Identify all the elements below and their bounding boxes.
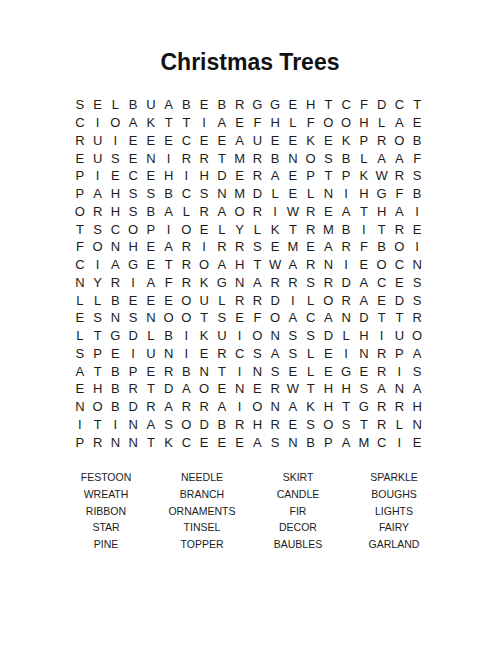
grid-cell[interactable]: R — [107, 274, 125, 292]
grid-cell[interactable]: L — [373, 114, 391, 132]
grid-cell[interactable]: R — [195, 398, 213, 416]
word-list-item[interactable]: WREATH — [58, 486, 154, 503]
grid-cell[interactable]: R — [266, 380, 284, 398]
grid-cell[interactable]: G — [373, 185, 391, 203]
grid-cell[interactable]: O — [178, 416, 196, 434]
grid-cell[interactable]: O — [107, 114, 125, 132]
grid-cell[interactable]: I — [231, 398, 249, 416]
grid-cell[interactable]: E — [408, 220, 426, 238]
grid-cell[interactable]: F — [408, 149, 426, 167]
grid-cell[interactable]: T — [355, 203, 373, 221]
grid-cell[interactable]: E — [124, 291, 142, 309]
grid-cell[interactable]: L — [284, 114, 302, 132]
grid-cell[interactable]: K — [355, 167, 373, 185]
grid-cell[interactable]: A — [160, 203, 178, 221]
grid-cell[interactable]: D — [195, 416, 213, 434]
grid-cell[interactable]: O — [231, 203, 249, 221]
grid-cell[interactable]: R — [160, 362, 178, 380]
grid-cell[interactable]: R — [284, 274, 302, 292]
grid-cell[interactable]: S — [408, 167, 426, 185]
grid-cell[interactable]: O — [160, 309, 178, 327]
grid-cell[interactable]: D — [124, 398, 142, 416]
grid-cell[interactable]: L — [302, 362, 320, 380]
grid-cell[interactable]: S — [284, 345, 302, 363]
grid-cell[interactable]: F — [249, 114, 267, 132]
grid-cell[interactable]: C — [373, 274, 391, 292]
grid-cell[interactable]: I — [160, 149, 178, 167]
grid-cell[interactable]: S — [408, 362, 426, 380]
grid-cell[interactable]: T — [89, 416, 107, 434]
grid-cell[interactable]: B — [107, 362, 125, 380]
grid-cell[interactable]: R — [213, 345, 231, 363]
word-list-item[interactable]: DECOR — [250, 519, 346, 536]
grid-cell[interactable]: S — [89, 220, 107, 238]
grid-cell[interactable]: R — [373, 398, 391, 416]
grid-cell[interactable]: H — [355, 185, 373, 203]
grid-cell[interactable]: I — [89, 167, 107, 185]
grid-cell[interactable]: E — [107, 345, 125, 363]
grid-cell[interactable]: H — [160, 167, 178, 185]
grid-cell[interactable]: A — [213, 203, 231, 221]
grid-cell[interactable]: T — [408, 96, 426, 114]
grid-cell[interactable]: F — [71, 238, 89, 256]
grid-cell[interactable]: B — [107, 291, 125, 309]
grid-cell[interactable]: T — [142, 380, 160, 398]
grid-cell[interactable]: F — [249, 309, 267, 327]
grid-cell[interactable]: I — [71, 416, 89, 434]
grid-cell[interactable]: N — [124, 416, 142, 434]
grid-cell[interactable]: A — [213, 398, 231, 416]
grid-cell[interactable]: E — [284, 132, 302, 150]
grid-cell[interactable]: I — [391, 362, 409, 380]
grid-cell[interactable]: I — [355, 220, 373, 238]
word-list-item[interactable]: BAUBLES — [250, 536, 346, 553]
grid-cell[interactable]: B — [107, 398, 125, 416]
grid-cell[interactable]: N — [320, 256, 338, 274]
grid-cell[interactable]: N — [355, 345, 373, 363]
grid-cell[interactable]: R — [391, 167, 409, 185]
grid-cell[interactable]: A — [160, 398, 178, 416]
grid-cell[interactable]: R — [178, 149, 196, 167]
grid-cell[interactable]: C — [337, 96, 355, 114]
grid-cell[interactable]: L — [302, 291, 320, 309]
grid-cell[interactable]: H — [320, 398, 338, 416]
grid-cell[interactable]: E — [231, 309, 249, 327]
grid-cell[interactable]: R — [178, 256, 196, 274]
grid-cell[interactable]: B — [337, 149, 355, 167]
grid-cell[interactable]: A — [71, 362, 89, 380]
word-list-item[interactable]: BOUGHS — [346, 486, 442, 503]
grid-cell[interactable]: I — [391, 433, 409, 451]
grid-cell[interactable]: A — [266, 167, 284, 185]
grid-cell[interactable]: E — [355, 256, 373, 274]
grid-cell[interactable]: F — [302, 114, 320, 132]
grid-cell[interactable]: E — [284, 96, 302, 114]
grid-cell[interactable]: R — [391, 398, 409, 416]
grid-cell[interactable]: P — [124, 362, 142, 380]
grid-cell[interactable]: R — [373, 362, 391, 380]
grid-cell[interactable]: L — [71, 291, 89, 309]
grid-cell[interactable]: E — [231, 433, 249, 451]
grid-cell[interactable]: L — [107, 96, 125, 114]
grid-cell[interactable]: K — [302, 132, 320, 150]
grid-cell[interactable]: N — [249, 362, 267, 380]
grid-cell[interactable]: D — [391, 291, 409, 309]
grid-cell[interactable]: N — [142, 309, 160, 327]
grid-cell[interactable]: A — [408, 345, 426, 363]
grid-cell[interactable]: H — [373, 203, 391, 221]
grid-cell[interactable]: R — [373, 416, 391, 434]
grid-cell[interactable]: B — [124, 96, 142, 114]
grid-cell[interactable]: W — [284, 380, 302, 398]
grid-cell[interactable]: R — [337, 238, 355, 256]
grid-cell[interactable]: E — [71, 149, 89, 167]
grid-cell[interactable]: I — [160, 220, 178, 238]
grid-cell[interactable]: N — [320, 185, 338, 203]
grid-cell[interactable]: I — [178, 167, 196, 185]
grid-cell[interactable]: I — [89, 256, 107, 274]
grid-cell[interactable]: N — [284, 433, 302, 451]
grid-cell[interactable]: E — [142, 291, 160, 309]
grid-cell[interactable]: H — [355, 327, 373, 345]
grid-cell[interactable]: E — [195, 220, 213, 238]
grid-cell[interactable]: C — [178, 433, 196, 451]
grid-cell[interactable]: E — [320, 132, 338, 150]
grid-cell[interactable]: E — [266, 132, 284, 150]
grid-cell[interactable]: E — [231, 167, 249, 185]
grid-cell[interactable]: G — [266, 96, 284, 114]
grid-cell[interactable]: E — [89, 96, 107, 114]
grid-cell[interactable]: S — [124, 203, 142, 221]
grid-cell[interactable]: B — [178, 96, 196, 114]
grid-cell[interactable]: N — [195, 362, 213, 380]
grid-cell[interactable]: N — [107, 238, 125, 256]
grid-cell[interactable]: H — [355, 114, 373, 132]
grid-cell[interactable]: R — [302, 220, 320, 238]
grid-cell[interactable]: N — [408, 256, 426, 274]
word-list-item[interactable]: TINSEL — [154, 519, 250, 536]
word-list-item[interactable]: STAR — [58, 519, 154, 536]
grid-cell[interactable]: U — [249, 132, 267, 150]
grid-cell[interactable]: F — [355, 96, 373, 114]
grid-cell[interactable]: E — [124, 149, 142, 167]
grid-cell[interactable]: L — [71, 327, 89, 345]
word-list-item[interactable]: CANDLE — [250, 486, 346, 503]
grid-cell[interactable]: M — [231, 185, 249, 203]
grid-cell[interactable]: S — [337, 416, 355, 434]
grid-cell[interactable]: B — [160, 185, 178, 203]
grid-cell[interactable]: E — [373, 291, 391, 309]
grid-cell[interactable]: P — [302, 167, 320, 185]
grid-cell[interactable]: H — [107, 203, 125, 221]
grid-cell[interactable]: A — [284, 256, 302, 274]
grid-cell[interactable]: D — [320, 327, 338, 345]
grid-cell[interactable]: E — [320, 362, 338, 380]
grid-cell[interactable]: C — [107, 220, 125, 238]
grid-cell[interactable]: E — [124, 132, 142, 150]
grid-cell[interactable]: A — [213, 256, 231, 274]
grid-cell[interactable]: A — [337, 203, 355, 221]
grid-cell[interactable]: H — [320, 380, 338, 398]
grid-cell[interactable]: G — [249, 96, 267, 114]
grid-cell[interactable]: K — [266, 220, 284, 238]
grid-cell[interactable]: T — [373, 309, 391, 327]
grid-cell[interactable]: R — [231, 416, 249, 434]
grid-cell[interactable]: O — [89, 398, 107, 416]
grid-cell[interactable]: D — [266, 291, 284, 309]
grid-cell[interactable]: S — [284, 327, 302, 345]
grid-cell[interactable]: O — [337, 114, 355, 132]
grid-cell[interactable]: N — [124, 433, 142, 451]
grid-cell[interactable]: U — [195, 291, 213, 309]
grid-cell[interactable]: O — [124, 220, 142, 238]
grid-cell[interactable]: E — [142, 238, 160, 256]
grid-cell[interactable]: H — [266, 114, 284, 132]
grid-cell[interactable]: B — [160, 327, 178, 345]
grid-cell[interactable]: A — [178, 380, 196, 398]
grid-cell[interactable]: A — [89, 185, 107, 203]
grid-cell[interactable]: K — [302, 398, 320, 416]
grid-cell[interactable]: R — [391, 220, 409, 238]
word-list-item[interactable]: TOPPER — [154, 536, 250, 553]
grid-cell[interactable]: S — [213, 309, 231, 327]
grid-cell[interactable]: L — [266, 185, 284, 203]
grid-cell[interactable]: S — [89, 309, 107, 327]
grid-cell[interactable]: E — [213, 380, 231, 398]
word-list-item[interactable]: SKIRT — [250, 469, 346, 486]
grid-cell[interactable]: B — [373, 238, 391, 256]
grid-cell[interactable]: H — [124, 238, 142, 256]
word-list-item[interactable]: RIBBON — [58, 503, 154, 520]
grid-cell[interactable]: I — [178, 327, 196, 345]
grid-cell[interactable]: F — [391, 185, 409, 203]
grid-cell[interactable]: H — [408, 398, 426, 416]
grid-cell[interactable]: S — [408, 274, 426, 292]
grid-cell[interactable]: A — [355, 274, 373, 292]
grid-cell[interactable]: M — [355, 433, 373, 451]
grid-cell[interactable]: B — [302, 433, 320, 451]
grid-cell[interactable]: S — [249, 238, 267, 256]
grid-cell[interactable]: R — [408, 309, 426, 327]
grid-cell[interactable]: S — [302, 416, 320, 434]
grid-cell[interactable]: T — [337, 398, 355, 416]
grid-cell[interactable]: T — [249, 256, 267, 274]
grid-cell[interactable]: H — [231, 256, 249, 274]
grid-cell[interactable]: E — [195, 433, 213, 451]
grid-cell[interactable]: E — [142, 362, 160, 380]
grid-cell[interactable]: A — [373, 380, 391, 398]
grid-cell[interactable]: E — [284, 185, 302, 203]
grid-cell[interactable]: I — [124, 345, 142, 363]
grid-cell[interactable]: O — [320, 291, 338, 309]
grid-cell[interactable]: G — [355, 398, 373, 416]
grid-cell[interactable]: O — [71, 203, 89, 221]
grid-cell[interactable]: O — [320, 416, 338, 434]
grid-cell[interactable]: S — [160, 416, 178, 434]
grid-cell[interactable]: C — [373, 433, 391, 451]
grid-cell[interactable]: D — [355, 309, 373, 327]
grid-cell[interactable]: I — [231, 327, 249, 345]
grid-cell[interactable]: R — [302, 256, 320, 274]
grid-cell[interactable]: Y — [89, 274, 107, 292]
grid-cell[interactable]: R — [373, 132, 391, 150]
grid-cell[interactable]: E — [160, 132, 178, 150]
grid-cell[interactable]: T — [89, 362, 107, 380]
grid-cell[interactable]: A — [160, 238, 178, 256]
grid-cell[interactable]: K — [195, 274, 213, 292]
grid-cell[interactable]: I — [408, 203, 426, 221]
grid-cell[interactable]: D — [337, 274, 355, 292]
grid-cell[interactable]: G — [124, 256, 142, 274]
grid-cell[interactable]: A — [249, 433, 267, 451]
grid-cell[interactable]: E — [231, 114, 249, 132]
grid-cell[interactable]: A — [284, 398, 302, 416]
grid-cell[interactable]: T — [355, 416, 373, 434]
grid-cell[interactable]: I — [337, 256, 355, 274]
grid-cell[interactable]: B — [142, 203, 160, 221]
grid-cell[interactable]: L — [302, 345, 320, 363]
grid-cell[interactable]: M — [284, 238, 302, 256]
word-list-item[interactable]: LIGHTS — [346, 503, 442, 520]
grid-cell[interactable]: F — [160, 274, 178, 292]
grid-cell[interactable]: R — [249, 149, 267, 167]
grid-cell[interactable]: R — [373, 345, 391, 363]
grid-cell[interactable]: R — [231, 96, 249, 114]
grid-cell[interactable]: S — [249, 345, 267, 363]
grid-cell[interactable]: R — [142, 398, 160, 416]
grid-cell[interactable]: E — [195, 132, 213, 150]
word-list-item[interactable]: BRANCH — [154, 486, 250, 503]
word-list-item[interactable]: ORNAMENTS — [154, 503, 250, 520]
grid-cell[interactable]: I — [266, 203, 284, 221]
grid-cell[interactable]: K — [195, 327, 213, 345]
grid-cell[interactable]: S — [408, 291, 426, 309]
grid-cell[interactable]: S — [320, 149, 338, 167]
grid-cell[interactable]: W — [266, 256, 284, 274]
grid-cell[interactable]: I — [337, 345, 355, 363]
grid-cell[interactable]: I — [178, 345, 196, 363]
grid-cell[interactable]: R — [195, 149, 213, 167]
grid-cell[interactable]: H — [337, 380, 355, 398]
grid-cell[interactable]: T — [213, 149, 231, 167]
grid-cell[interactable]: O — [391, 238, 409, 256]
grid-cell[interactable]: S — [355, 380, 373, 398]
grid-cell[interactable]: T — [71, 220, 89, 238]
grid-cell[interactable]: H — [107, 185, 125, 203]
grid-cell[interactable]: S — [266, 433, 284, 451]
grid-cell[interactable]: L — [249, 220, 267, 238]
grid-cell[interactable]: H — [195, 167, 213, 185]
grid-cell[interactable]: T — [142, 433, 160, 451]
grid-cell[interactable]: U — [89, 132, 107, 150]
grid-cell[interactable]: G — [337, 362, 355, 380]
word-list-item[interactable]: GARLAND — [346, 536, 442, 553]
grid-cell[interactable]: A — [391, 203, 409, 221]
grid-cell[interactable]: B — [213, 416, 231, 434]
grid-cell[interactable]: N — [408, 416, 426, 434]
grid-cell[interactable]: A — [142, 274, 160, 292]
grid-cell[interactable]: A — [231, 132, 249, 150]
grid-cell[interactable]: R — [89, 433, 107, 451]
grid-cell[interactable]: R — [178, 238, 196, 256]
grid-cell[interactable]: R — [302, 203, 320, 221]
grid-cell[interactable]: O — [266, 309, 284, 327]
grid-cell[interactable]: N — [231, 380, 249, 398]
grid-cell[interactable]: A — [107, 256, 125, 274]
grid-cell[interactable]: T — [373, 220, 391, 238]
grid-cell[interactable]: E — [142, 167, 160, 185]
grid-cell[interactable]: E — [266, 238, 284, 256]
grid-cell[interactable]: S — [107, 149, 125, 167]
grid-cell[interactable]: B — [408, 185, 426, 203]
grid-cell[interactable]: E — [195, 96, 213, 114]
grid-cell[interactable]: E — [284, 362, 302, 380]
grid-cell[interactable]: A — [391, 149, 409, 167]
grid-cell[interactable]: E — [160, 291, 178, 309]
grid-cell[interactable]: T — [160, 256, 178, 274]
grid-cell[interactable]: L — [213, 220, 231, 238]
grid-cell[interactable]: O — [195, 256, 213, 274]
grid-cell[interactable]: C — [391, 96, 409, 114]
grid-cell[interactable]: P — [71, 185, 89, 203]
grid-cell[interactable]: O — [302, 149, 320, 167]
grid-cell[interactable]: P — [142, 220, 160, 238]
grid-cell[interactable]: D — [160, 380, 178, 398]
grid-cell[interactable]: T — [391, 309, 409, 327]
grid-cell[interactable]: A — [355, 291, 373, 309]
grid-cell[interactable]: N — [213, 185, 231, 203]
grid-cell[interactable]: E — [249, 380, 267, 398]
grid-cell[interactable]: A — [284, 309, 302, 327]
grid-cell[interactable]: N — [266, 327, 284, 345]
grid-cell[interactable]: W — [373, 167, 391, 185]
grid-cell[interactable]: I — [373, 327, 391, 345]
grid-cell[interactable]: N — [107, 433, 125, 451]
grid-cell[interactable]: S — [266, 362, 284, 380]
grid-cell[interactable]: N — [160, 345, 178, 363]
grid-cell[interactable]: H — [89, 380, 107, 398]
grid-cell[interactable]: L — [302, 185, 320, 203]
grid-cell[interactable]: R — [249, 167, 267, 185]
grid-cell[interactable]: E — [142, 132, 160, 150]
grid-cell[interactable]: B — [337, 220, 355, 238]
grid-cell[interactable]: C — [302, 309, 320, 327]
grid-cell[interactable]: U — [213, 327, 231, 345]
grid-cell[interactable]: E — [408, 114, 426, 132]
grid-cell[interactable]: E — [391, 274, 409, 292]
grid-cell[interactable]: C — [71, 114, 89, 132]
grid-cell[interactable]: A — [408, 380, 426, 398]
grid-cell[interactable]: E — [71, 380, 89, 398]
grid-cell[interactable]: T — [160, 114, 178, 132]
grid-cell[interactable]: O — [249, 327, 267, 345]
grid-cell[interactable]: E — [213, 433, 231, 451]
grid-cell[interactable]: R — [213, 238, 231, 256]
grid-cell[interactable]: U — [89, 149, 107, 167]
grid-cell[interactable]: L — [355, 149, 373, 167]
grid-cell[interactable]: R — [178, 274, 196, 292]
grid-cell[interactable]: A — [373, 149, 391, 167]
grid-cell[interactable]: R — [337, 291, 355, 309]
grid-cell[interactable]: D — [124, 327, 142, 345]
grid-cell[interactable]: E — [302, 238, 320, 256]
grid-cell[interactable]: P — [89, 345, 107, 363]
grid-cell[interactable]: N — [71, 398, 89, 416]
word-list-item[interactable]: SPARKLE — [346, 469, 442, 486]
grid-cell[interactable]: L — [178, 203, 196, 221]
grid-cell[interactable]: N — [284, 149, 302, 167]
grid-cell[interactable]: L — [391, 416, 409, 434]
